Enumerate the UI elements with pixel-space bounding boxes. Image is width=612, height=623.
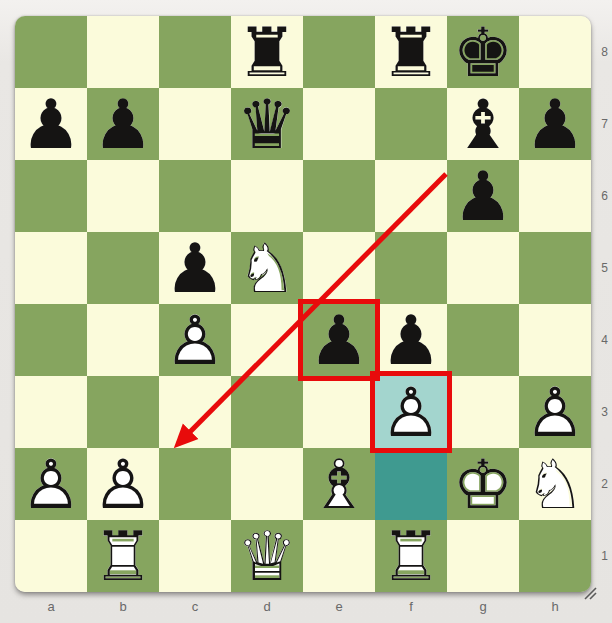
square-h6[interactable] (519, 160, 591, 232)
square-g1[interactable] (447, 520, 519, 592)
square-e6[interactable] (303, 160, 375, 232)
square-f5[interactable] (375, 232, 447, 304)
black-piece-fill: ♟ (447, 160, 519, 232)
square-a3[interactable] (15, 376, 87, 448)
black-piece-detail: ♙ (519, 88, 591, 160)
square-c2[interactable] (159, 448, 231, 520)
white-piece-outline: ♙ (87, 448, 159, 520)
square-h3[interactable]: ♟♙ (519, 376, 591, 448)
square-c1[interactable] (159, 520, 231, 592)
square-d4[interactable] (231, 304, 303, 376)
black-king-g8[interactable]: ♔♚ (447, 16, 519, 88)
square-c6[interactable] (159, 160, 231, 232)
white-piece-outline: ♕ (231, 520, 303, 592)
black-piece-detail: ♙ (447, 160, 519, 232)
black-piece-detail: ♙ (375, 304, 447, 376)
black-piece-detail: ♙ (87, 88, 159, 160)
square-e8[interactable] (303, 16, 375, 88)
white-piece-fill: ♟ (159, 304, 231, 376)
rank-label-7: 7 (597, 88, 612, 160)
rank-label-4: 4 (597, 304, 612, 376)
black-piece-fill: ♝ (447, 88, 519, 160)
white-pawn-h3[interactable]: ♟♙ (519, 376, 591, 448)
square-a7[interactable]: ♙♟ (15, 88, 87, 160)
white-piece-outline: ♖ (375, 520, 447, 592)
square-h5[interactable] (519, 232, 591, 304)
white-piece-outline: ♙ (15, 448, 87, 520)
square-f4[interactable]: ♙♟ (375, 304, 447, 376)
rank-label-5: 5 (597, 232, 612, 304)
file-label-f: f (375, 597, 447, 617)
black-bishop-g7[interactable]: ♗♝ (447, 88, 519, 160)
square-c5[interactable]: ♙♟ (159, 232, 231, 304)
white-piece-fill: ♝ (303, 448, 375, 520)
square-g7[interactable]: ♗♝ (447, 88, 519, 160)
square-d8[interactable]: ♖♜ (231, 16, 303, 88)
black-pawn-h7[interactable]: ♙♟ (519, 88, 591, 160)
black-queen-d7[interactable]: ♕♛ (231, 88, 303, 160)
square-e4[interactable]: ♙♟ (303, 304, 375, 376)
square-c7[interactable] (159, 88, 231, 160)
square-e3[interactable] (303, 376, 375, 448)
white-bishop-e2[interactable]: ♝♗ (303, 448, 375, 520)
white-piece-outline: ♙ (375, 376, 447, 448)
square-h2[interactable]: ♞♘ (519, 448, 591, 520)
white-piece-outline: ♖ (87, 520, 159, 592)
square-f6[interactable] (375, 160, 447, 232)
white-piece-fill: ♜ (375, 520, 447, 592)
black-piece-fill: ♟ (375, 304, 447, 376)
black-piece-detail: ♕ (231, 88, 303, 160)
square-h1[interactable] (519, 520, 591, 592)
square-h4[interactable] (519, 304, 591, 376)
rank-label-2: 2 (597, 448, 612, 520)
rank-label-1: 1 (597, 520, 612, 592)
black-piece-fill: ♜ (375, 16, 447, 88)
black-piece-detail: ♗ (447, 88, 519, 160)
white-pawn-a2[interactable]: ♟♙ (15, 448, 87, 520)
white-pawn-f3[interactable]: ♟♙ (375, 376, 447, 448)
square-g4[interactable] (447, 304, 519, 376)
square-a8[interactable] (15, 16, 87, 88)
white-piece-fill: ♟ (87, 448, 159, 520)
black-piece-detail: ♔ (447, 16, 519, 88)
white-pawn-c4[interactable]: ♟♙ (159, 304, 231, 376)
square-a5[interactable] (15, 232, 87, 304)
square-b4[interactable] (87, 304, 159, 376)
square-d1[interactable]: ♛♕ (231, 520, 303, 592)
square-b2[interactable]: ♟♙ (87, 448, 159, 520)
board-resize-handle[interactable] (581, 584, 599, 602)
square-e5[interactable] (303, 232, 375, 304)
rank-label-6: 6 (597, 160, 612, 232)
square-g6[interactable]: ♙♟ (447, 160, 519, 232)
black-pawn-f4[interactable]: ♙♟ (375, 304, 447, 376)
square-d2[interactable] (231, 448, 303, 520)
white-piece-outline: ♘ (231, 232, 303, 304)
black-piece-fill: ♟ (303, 304, 375, 376)
white-knight-h2[interactable]: ♞♘ (519, 448, 591, 520)
black-piece-detail: ♙ (159, 232, 231, 304)
file-label-a: a (15, 597, 87, 617)
black-pawn-g6[interactable]: ♙♟ (447, 160, 519, 232)
square-b5[interactable] (87, 232, 159, 304)
black-piece-fill: ♟ (519, 88, 591, 160)
white-piece-fill: ♚ (447, 448, 519, 520)
square-f2[interactable] (375, 448, 447, 520)
file-label-d: d (231, 597, 303, 617)
black-piece-fill: ♛ (231, 88, 303, 160)
square-c3[interactable] (159, 376, 231, 448)
square-h8[interactable] (519, 16, 591, 88)
square-g8[interactable]: ♔♚ (447, 16, 519, 88)
white-piece-outline: ♔ (447, 448, 519, 520)
square-e1[interactable] (303, 520, 375, 592)
square-g2[interactable]: ♚♔ (447, 448, 519, 520)
white-rook-b1[interactable]: ♜♖ (87, 520, 159, 592)
white-piece-fill: ♞ (231, 232, 303, 304)
square-d5[interactable]: ♞♘ (231, 232, 303, 304)
white-king-g2[interactable]: ♚♔ (447, 448, 519, 520)
white-piece-outline: ♘ (519, 448, 591, 520)
black-piece-detail: ♙ (303, 304, 375, 376)
chess-board[interactable]: ♖♜♖♜♔♚♙♟♙♟♕♛♗♝♙♟♙♟♙♟♞♘♟♙♙♟♙♟♟♙♟♙♟♙♟♙♝♗♚♔… (15, 16, 591, 592)
white-queen-d1[interactable]: ♛♕ (231, 520, 303, 592)
white-piece-fill: ♟ (375, 376, 447, 448)
white-piece-fill: ♛ (231, 520, 303, 592)
square-g5[interactable] (447, 232, 519, 304)
white-piece-fill: ♟ (519, 376, 591, 448)
white-piece-fill: ♟ (15, 448, 87, 520)
black-piece-fill: ♚ (447, 16, 519, 88)
white-pawn-b2[interactable]: ♟♙ (87, 448, 159, 520)
white-knight-d5[interactable]: ♞♘ (231, 232, 303, 304)
square-f1[interactable]: ♜♖ (375, 520, 447, 592)
rank-labels: 87654321 (597, 16, 612, 592)
square-b1[interactable]: ♜♖ (87, 520, 159, 592)
square-b8[interactable] (87, 16, 159, 88)
white-piece-outline: ♗ (303, 448, 375, 520)
black-piece-detail: ♖ (231, 16, 303, 88)
white-piece-outline: ♙ (519, 376, 591, 448)
black-piece-fill: ♟ (15, 88, 87, 160)
black-pawn-b7[interactable]: ♙♟ (87, 88, 159, 160)
file-labels: abcdefgh (15, 597, 591, 617)
square-a6[interactable] (15, 160, 87, 232)
square-h7[interactable]: ♙♟ (519, 88, 591, 160)
black-pawn-c5[interactable]: ♙♟ (159, 232, 231, 304)
white-piece-outline: ♙ (159, 304, 231, 376)
file-label-g: g (447, 597, 519, 617)
square-e7[interactable] (303, 88, 375, 160)
black-piece-fill: ♜ (231, 16, 303, 88)
square-b7[interactable]: ♙♟ (87, 88, 159, 160)
square-d7[interactable]: ♕♛ (231, 88, 303, 160)
square-f3[interactable]: ♟♙ (375, 376, 447, 448)
file-label-b: b (87, 597, 159, 617)
rank-label-3: 3 (597, 376, 612, 448)
rank-label-8: 8 (597, 16, 612, 88)
white-piece-fill: ♜ (87, 520, 159, 592)
square-g3[interactable] (447, 376, 519, 448)
square-d3[interactable] (231, 376, 303, 448)
black-piece-detail: ♖ (375, 16, 447, 88)
file-label-c: c (159, 597, 231, 617)
white-piece-fill: ♞ (519, 448, 591, 520)
black-pawn-e4[interactable]: ♙♟ (303, 304, 375, 376)
square-b6[interactable] (87, 160, 159, 232)
square-a4[interactable] (15, 304, 87, 376)
square-f8[interactable]: ♖♜ (375, 16, 447, 88)
square-c8[interactable] (159, 16, 231, 88)
square-e2[interactable]: ♝♗ (303, 448, 375, 520)
square-b3[interactable] (87, 376, 159, 448)
black-pawn-a7[interactable]: ♙♟ (15, 88, 87, 160)
square-a1[interactable] (15, 520, 87, 592)
square-d6[interactable] (231, 160, 303, 232)
black-piece-fill: ♟ (87, 88, 159, 160)
file-label-e: e (303, 597, 375, 617)
square-f7[interactable] (375, 88, 447, 160)
black-piece-fill: ♟ (159, 232, 231, 304)
black-piece-detail: ♙ (15, 88, 87, 160)
black-rook-d8[interactable]: ♖♜ (231, 16, 303, 88)
square-c4[interactable]: ♟♙ (159, 304, 231, 376)
white-rook-f1[interactable]: ♜♖ (375, 520, 447, 592)
black-rook-f8[interactable]: ♖♜ (375, 16, 447, 88)
square-a2[interactable]: ♟♙ (15, 448, 87, 520)
